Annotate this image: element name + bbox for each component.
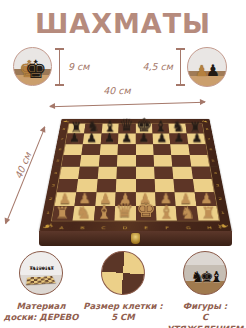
rank-label: 8 <box>203 124 212 134</box>
file-label: D <box>114 225 135 230</box>
pawn-height-ruler-icon <box>176 48 185 86</box>
square-c5 <box>99 155 118 167</box>
square-c7: ♟ <box>101 134 119 144</box>
square-d4 <box>116 167 135 179</box>
square-d1: ♛ <box>115 206 136 221</box>
board-front-edge <box>39 231 232 246</box>
square-h1: ♜ <box>196 206 219 221</box>
black-pawn-icon: ♟ <box>206 63 220 79</box>
caption-line: С УТЯЖЕЛЕНИЕМ <box>164 312 246 328</box>
white-knight: ♞ <box>76 204 92 222</box>
mini-pieces-icon: ♜♞♝♛♚♝♞♜ <box>20 265 62 271</box>
file-label: F <box>157 225 178 230</box>
caption-line: Фигуры : <box>164 301 246 312</box>
board-top-face: ❧ ❧ ❧ ❧ 87654321 87654321 ♜♞♝♛♚♝♞♜♟♟♟♟♟♟… <box>39 119 232 232</box>
white-rook: ♜ <box>55 205 70 222</box>
feature-cell-size: Размер клетки : 5 СМ <box>82 251 164 328</box>
square-a7: ♟ <box>66 134 85 144</box>
square-a5 <box>62 155 82 167</box>
caption-line: доски: ДЕРЕВО <box>4 312 79 323</box>
rank-label: 4 <box>210 167 220 179</box>
mini-board-icon <box>26 276 55 285</box>
rank-label: 6 <box>206 144 216 155</box>
file-label: A <box>50 225 72 230</box>
board-grid: ♜♞♝♛♚♝♞♜♟♟♟♟♟♟♟♟♟♟♟♟♟♟♟♟♜♞♝♛♚♝♞♜ <box>52 124 219 221</box>
square-f6 <box>153 144 171 155</box>
rank-label: 5 <box>208 155 218 167</box>
square-h4 <box>191 167 212 179</box>
square-g7: ♟ <box>170 134 188 144</box>
white-bishop: ♝ <box>96 203 113 222</box>
clasp-icon <box>131 233 140 244</box>
square-e6 <box>136 144 154 155</box>
rank-label: 7 <box>204 134 213 144</box>
cell-size-photo-circle <box>100 250 147 297</box>
square-h5 <box>189 155 209 167</box>
square-e1: ♚ <box>136 206 157 221</box>
black-pieces-photo-circle: ♞♚♝ <box>183 251 227 295</box>
wooden-board-photo-circle: ♜♞♝♛♚♝♞♜ <box>19 251 63 295</box>
square-a4 <box>59 167 80 179</box>
rank-label: 1 <box>217 206 228 221</box>
file-label: B <box>72 225 94 230</box>
king-height-ruler-icon <box>55 48 64 86</box>
black-pawn: ♟ <box>191 132 202 144</box>
product-card: ШАХМАТЫ ♚ ♚ 9 см 4,5 см ♟ ♟ 40 см 40 см … <box>0 0 246 328</box>
page-title: ШАХМАТЫ <box>0 8 246 39</box>
square-g5 <box>171 155 191 167</box>
square-d7: ♟ <box>118 134 135 144</box>
square-b1: ♞ <box>73 206 95 221</box>
square-a6 <box>64 144 83 155</box>
feature-weighted-pieces: ♞♚♝ Фигуры : С УТЯЖЕЛЕНИЕМ <box>164 251 246 328</box>
white-bishop: ♝ <box>158 203 175 222</box>
file-label: H <box>199 225 221 230</box>
square-g1: ♞ <box>176 206 198 221</box>
kings-photo-circle: ♚ ♚ <box>13 47 52 86</box>
caption-line: Размер клетки : <box>83 301 162 312</box>
black-king-icon: ♚ <box>25 57 47 82</box>
feature-cell-size-caption: Размер клетки : 5 СМ <box>83 301 162 324</box>
square-f4 <box>154 167 174 179</box>
caption-line: 5 СМ <box>83 312 162 323</box>
feature-list: ♜♞♝♛♚♝♞♜ Материал доски: ДЕРЕВО Размер к… <box>0 251 246 328</box>
file-label: G <box>178 225 200 230</box>
square-c1: ♝ <box>94 206 116 221</box>
square-b6 <box>82 144 101 155</box>
square-h6 <box>188 144 207 155</box>
white-rook: ♜ <box>201 205 216 222</box>
white-knight: ♞ <box>180 204 196 222</box>
black-pawn: ♟ <box>104 132 115 144</box>
file-label: C <box>93 225 114 230</box>
file-label: E <box>136 225 157 230</box>
square-e7: ♟ <box>136 134 153 144</box>
board-width-label: 40 см <box>92 85 142 96</box>
square-g6 <box>170 144 189 155</box>
black-pawn: ♟ <box>156 132 167 144</box>
pawn-height-label: 4,5 см <box>138 61 173 72</box>
square-d5 <box>117 155 135 167</box>
rank-label: 2 <box>215 192 226 206</box>
black-pawn: ♟ <box>86 132 97 144</box>
square-d6 <box>118 144 136 155</box>
chess-board: ❧ ❧ ❧ ❧ 87654321 87654321 ♜♞♝♛♚♝♞♜♟♟♟♟♟♟… <box>39 98 232 246</box>
feature-material-caption: Материал доски: ДЕРЕВО <box>4 301 79 324</box>
black-pawn: ♟ <box>174 132 185 144</box>
square-c6 <box>100 144 118 155</box>
square-b4 <box>78 167 98 179</box>
square-f5 <box>153 155 172 167</box>
white-king: ♚ <box>136 199 156 221</box>
square-f1: ♝ <box>156 206 178 221</box>
square-a1: ♜ <box>52 206 75 221</box>
file-labels: ABCDEFGH <box>50 225 220 230</box>
pawns-photo-circle: ♟ ♟ <box>187 47 227 87</box>
square-e5 <box>136 155 154 167</box>
square-g4 <box>172 167 192 179</box>
black-pawn: ♟ <box>69 132 80 144</box>
square-h7: ♟ <box>187 134 206 144</box>
black-pawn: ♟ <box>139 132 150 144</box>
board-fold-seam <box>52 166 219 167</box>
king-height-label: 9 см <box>68 61 89 72</box>
feature-weighted-caption: Фигуры : С УТЯЖЕЛЕНИЕМ <box>164 301 246 328</box>
square-f7: ♟ <box>153 134 171 144</box>
square-b7: ♟ <box>83 134 101 144</box>
square-b5 <box>80 155 100 167</box>
caption-line: Материал <box>4 301 79 312</box>
rank-label: 3 <box>212 179 223 192</box>
black-pieces-icon: ♞♚♝ <box>184 268 226 286</box>
black-pawn: ♟ <box>121 132 132 144</box>
feature-material: ♜♞♝♛♚♝♞♜ Материал доски: ДЕРЕВО <box>0 251 82 328</box>
white-queen: ♛ <box>116 201 134 221</box>
square-e4 <box>136 167 155 179</box>
square-c4 <box>97 167 117 179</box>
